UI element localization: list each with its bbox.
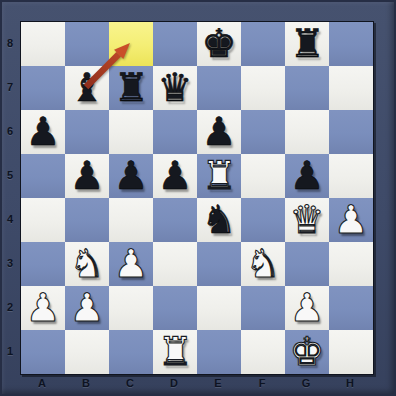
square-e7[interactable] xyxy=(197,66,241,110)
square-d5[interactable]: ♟ xyxy=(153,154,197,198)
square-d4[interactable] xyxy=(153,198,197,242)
square-f4[interactable] xyxy=(241,198,285,242)
square-b6[interactable] xyxy=(65,110,109,154)
square-h4[interactable]: ♟ xyxy=(329,198,373,242)
square-f3[interactable]: ♞ xyxy=(241,242,285,286)
chess-diagram: ♚♜♝♜♛♟♟♟♟♟♜♟♞♛♟♞♟♞♟♟♟♜♚ 87654321ABCDEFGH xyxy=(0,0,396,396)
square-e4[interactable]: ♞ xyxy=(197,198,241,242)
square-b3[interactable]: ♞ xyxy=(65,242,109,286)
square-e5[interactable]: ♜ xyxy=(197,154,241,198)
square-f8[interactable] xyxy=(241,22,285,66)
piece-white-pawn[interactable]: ♟ xyxy=(65,286,109,330)
rank-label-2: 2 xyxy=(0,285,20,329)
rank-label-5: 5 xyxy=(0,153,20,197)
square-f2[interactable] xyxy=(241,286,285,330)
square-e8[interactable]: ♚ xyxy=(197,22,241,66)
square-g5[interactable]: ♟ xyxy=(285,154,329,198)
square-a5[interactable] xyxy=(21,154,65,198)
rank-label-3: 3 xyxy=(0,241,20,285)
file-label-f: F xyxy=(240,373,284,393)
square-f5[interactable] xyxy=(241,154,285,198)
piece-white-king[interactable]: ♚ xyxy=(285,330,329,374)
piece-black-rook[interactable]: ♜ xyxy=(109,66,153,110)
square-d6[interactable] xyxy=(153,110,197,154)
square-g4[interactable]: ♛ xyxy=(285,198,329,242)
square-f1[interactable] xyxy=(241,330,285,374)
piece-black-pawn[interactable]: ♟ xyxy=(21,110,65,154)
piece-white-pawn[interactable]: ♟ xyxy=(285,286,329,330)
square-b1[interactable] xyxy=(65,330,109,374)
piece-black-pawn[interactable]: ♟ xyxy=(153,154,197,198)
square-a6[interactable]: ♟ xyxy=(21,110,65,154)
rank-label-6: 6 xyxy=(0,109,20,153)
square-b4[interactable] xyxy=(65,198,109,242)
piece-white-rook[interactable]: ♜ xyxy=(197,154,241,198)
square-c2[interactable] xyxy=(109,286,153,330)
square-g7[interactable] xyxy=(285,66,329,110)
square-f6[interactable] xyxy=(241,110,285,154)
square-h1[interactable] xyxy=(329,330,373,374)
square-c7[interactable]: ♜ xyxy=(109,66,153,110)
piece-white-pawn[interactable]: ♟ xyxy=(109,242,153,286)
piece-black-pawn[interactable]: ♟ xyxy=(109,154,153,198)
rank-label-7: 7 xyxy=(0,65,20,109)
piece-white-knight[interactable]: ♞ xyxy=(65,242,109,286)
square-a3[interactable] xyxy=(21,242,65,286)
square-c6[interactable] xyxy=(109,110,153,154)
piece-white-pawn[interactable]: ♟ xyxy=(329,198,373,242)
piece-black-bishop[interactable]: ♝ xyxy=(65,66,109,110)
square-d1[interactable]: ♜ xyxy=(153,330,197,374)
square-c1[interactable] xyxy=(109,330,153,374)
file-label-h: H xyxy=(328,373,372,393)
square-g8[interactable]: ♜ xyxy=(285,22,329,66)
piece-white-rook[interactable]: ♜ xyxy=(153,330,197,374)
square-d3[interactable] xyxy=(153,242,197,286)
square-c8[interactable] xyxy=(109,22,153,66)
file-label-c: C xyxy=(108,373,152,393)
rank-label-8: 8 xyxy=(0,21,20,65)
piece-white-queen[interactable]: ♛ xyxy=(285,198,329,242)
square-h8[interactable] xyxy=(329,22,373,66)
file-label-d: D xyxy=(152,373,196,393)
square-a1[interactable] xyxy=(21,330,65,374)
square-e1[interactable] xyxy=(197,330,241,374)
square-b8[interactable] xyxy=(65,22,109,66)
piece-black-pawn[interactable]: ♟ xyxy=(197,110,241,154)
square-h3[interactable] xyxy=(329,242,373,286)
piece-black-queen[interactable]: ♛ xyxy=(153,66,197,110)
file-label-a: A xyxy=(20,373,64,393)
square-a8[interactable] xyxy=(21,22,65,66)
square-b7[interactable]: ♝ xyxy=(65,66,109,110)
square-d7[interactable]: ♛ xyxy=(153,66,197,110)
rank-label-1: 1 xyxy=(0,329,20,373)
square-h6[interactable] xyxy=(329,110,373,154)
piece-black-pawn[interactable]: ♟ xyxy=(285,154,329,198)
square-g2[interactable]: ♟ xyxy=(285,286,329,330)
file-label-e: E xyxy=(196,373,240,393)
square-c3[interactable]: ♟ xyxy=(109,242,153,286)
square-b5[interactable]: ♟ xyxy=(65,154,109,198)
file-label-g: G xyxy=(284,373,328,393)
square-g1[interactable]: ♚ xyxy=(285,330,329,374)
piece-black-knight[interactable]: ♞ xyxy=(197,198,241,242)
square-h5[interactable] xyxy=(329,154,373,198)
file-label-b: B xyxy=(64,373,108,393)
square-c5[interactable]: ♟ xyxy=(109,154,153,198)
square-b2[interactable]: ♟ xyxy=(65,286,109,330)
square-g3[interactable] xyxy=(285,242,329,286)
square-h7[interactable] xyxy=(329,66,373,110)
square-d2[interactable] xyxy=(153,286,197,330)
piece-white-pawn[interactable]: ♟ xyxy=(21,286,65,330)
square-a2[interactable]: ♟ xyxy=(21,286,65,330)
square-f7[interactable] xyxy=(241,66,285,110)
chess-board: ♚♜♝♜♛♟♟♟♟♟♜♟♞♛♟♞♟♞♟♟♟♜♚ xyxy=(20,21,374,375)
square-g6[interactable] xyxy=(285,110,329,154)
square-e2[interactable] xyxy=(197,286,241,330)
piece-black-pawn[interactable]: ♟ xyxy=(65,154,109,198)
square-h2[interactable] xyxy=(329,286,373,330)
square-c4[interactable] xyxy=(109,198,153,242)
square-a7[interactable] xyxy=(21,66,65,110)
piece-white-knight[interactable]: ♞ xyxy=(241,242,285,286)
square-a4[interactable] xyxy=(21,198,65,242)
square-e6[interactable]: ♟ xyxy=(197,110,241,154)
square-e3[interactable] xyxy=(197,242,241,286)
piece-black-king[interactable]: ♚ xyxy=(197,22,241,66)
square-d8[interactable] xyxy=(153,22,197,66)
rank-label-4: 4 xyxy=(0,197,20,241)
piece-black-rook[interactable]: ♜ xyxy=(285,22,329,66)
